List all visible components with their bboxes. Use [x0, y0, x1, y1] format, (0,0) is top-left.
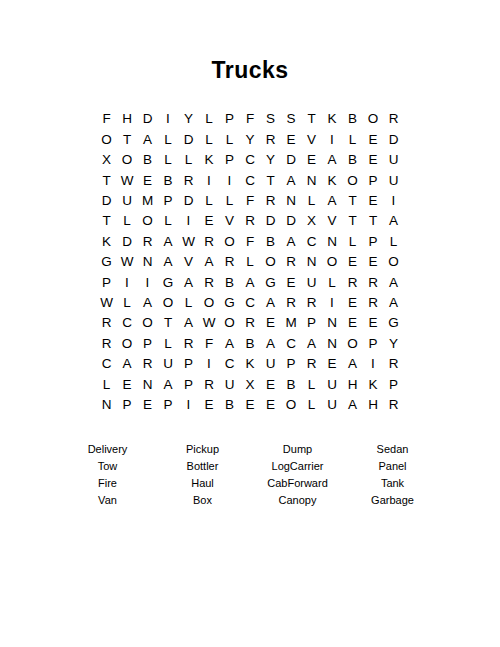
grid-cell: T — [96, 170, 117, 190]
grid-cell: E — [342, 252, 363, 272]
grid-cell: E — [137, 170, 158, 190]
grid-cell: P — [117, 394, 138, 414]
grid-cell: N — [301, 252, 322, 272]
grid-cell: R — [240, 313, 261, 333]
grid-cell: R — [383, 394, 404, 414]
grid-cell: P — [219, 109, 240, 129]
grid-cell: B — [342, 109, 363, 129]
word-list-item: Garbage — [345, 492, 440, 509]
word-list-item: Delivery — [60, 441, 155, 458]
grid-cell: D — [96, 191, 117, 211]
grid-cell: N — [322, 313, 343, 333]
grid-cell: L — [199, 129, 220, 149]
grid-cell: G — [219, 293, 240, 313]
grid-cell: O — [363, 109, 384, 129]
grid-cell: A — [322, 150, 343, 170]
grid-cell: O — [342, 333, 363, 353]
grid-cell: D — [178, 129, 199, 149]
grid-cell: N — [137, 252, 158, 272]
grid-cell: A — [342, 394, 363, 414]
grid-cell: G — [383, 313, 404, 333]
word-list-item: Bottler — [155, 458, 250, 475]
grid-cell: P — [158, 191, 179, 211]
grid-cell: B — [158, 170, 179, 190]
grid-cell: R — [240, 211, 261, 231]
puzzle-title: Trucks — [0, 59, 500, 82]
grid-cell: K — [363, 374, 384, 394]
word-list-item: Tank — [345, 475, 440, 492]
grid-cell: E — [281, 129, 302, 149]
grid-cell: D — [281, 150, 302, 170]
grid-cell: D — [178, 191, 199, 211]
word-list-item: Fire — [60, 475, 155, 492]
grid-cell: K — [199, 150, 220, 170]
grid-cell: G — [96, 252, 117, 272]
grid-cell: R — [301, 293, 322, 313]
word-list-item: Sedan — [345, 441, 440, 458]
grid-cell: R — [137, 354, 158, 374]
grid-cell: L — [158, 211, 179, 231]
grid-cell: W — [199, 313, 220, 333]
grid-cell: V — [301, 129, 322, 149]
grid-cell: E — [199, 394, 220, 414]
grid-cell: E — [363, 313, 384, 333]
grid-cell: X — [96, 150, 117, 170]
grid-cell: F — [199, 333, 220, 353]
grid-cell: R — [342, 272, 363, 292]
grid-cell: E — [363, 252, 384, 272]
word-list-item: CabForward — [250, 475, 345, 492]
grid-cell: O — [137, 313, 158, 333]
grid-cell: U — [383, 170, 404, 190]
grid-cell: U — [301, 272, 322, 292]
grid-cell: P — [178, 374, 199, 394]
word-list-item: Canopy — [250, 492, 345, 509]
grid-cell: C — [240, 150, 261, 170]
grid-cell: C — [240, 293, 261, 313]
word-list-item: LogCarrier — [250, 458, 345, 475]
grid-cell: R — [199, 231, 220, 251]
grid-cell: X — [301, 211, 322, 231]
grid-cell: B — [219, 394, 240, 414]
grid-cell: P — [178, 354, 199, 374]
grid-cell: L — [301, 191, 322, 211]
grid-cell: D — [281, 211, 302, 231]
grid-cell: L — [178, 293, 199, 313]
grid-cell: E — [342, 293, 363, 313]
grid-cell: T — [342, 191, 363, 211]
grid-cell: E — [199, 211, 220, 231]
grid-cell: R — [219, 252, 240, 272]
grid-cell: A — [137, 293, 158, 313]
grid-cell: A — [281, 231, 302, 251]
grid-cell: M — [137, 191, 158, 211]
grid-cell: P — [363, 231, 384, 251]
grid-cell: E — [260, 394, 281, 414]
grid-cell: C — [219, 354, 240, 374]
grid-cell: O — [219, 313, 240, 333]
grid-cell: E — [137, 394, 158, 414]
grid-cell: E — [363, 150, 384, 170]
grid-cell: R — [260, 191, 281, 211]
grid-cell: E — [322, 354, 343, 374]
grid-cell: S — [281, 109, 302, 129]
grid-cell: I — [178, 211, 199, 231]
grid-cell: I — [137, 272, 158, 292]
grid-cell: R — [178, 170, 199, 190]
grid-cell: E — [117, 374, 138, 394]
grid-cell: L — [158, 333, 179, 353]
grid-cell: T — [260, 170, 281, 190]
grid-cell: Y — [260, 150, 281, 170]
grid-cell: L — [117, 293, 138, 313]
grid-cell: O — [322, 252, 343, 272]
grid-cell: F — [240, 109, 261, 129]
grid-cell: K — [322, 109, 343, 129]
grid-cell: G — [260, 272, 281, 292]
grid-cell: O — [96, 129, 117, 149]
grid-cell: U — [322, 374, 343, 394]
grid-cell: C — [240, 170, 261, 190]
grid-cell: L — [322, 272, 343, 292]
grid-cell: A — [383, 293, 404, 313]
grid-cell: V — [219, 211, 240, 231]
grid-cell: E — [281, 272, 302, 292]
grid-cell: A — [342, 354, 363, 374]
grid-cell: F — [240, 231, 261, 251]
grid-cell: X — [240, 374, 261, 394]
grid-cell: A — [322, 191, 343, 211]
grid-cell: I — [322, 293, 343, 313]
grid-cell: Y — [383, 333, 404, 353]
grid-cell: I — [178, 394, 199, 414]
grid-cell: P — [301, 313, 322, 333]
grid-cell: U — [260, 354, 281, 374]
grid-cell: T — [158, 313, 179, 333]
grid-cell: E — [342, 313, 363, 333]
grid-cell: L — [342, 129, 363, 149]
grid-cell: L — [301, 394, 322, 414]
grid-cell: T — [96, 211, 117, 231]
grid-cell: L — [240, 252, 261, 272]
grid-cell: D — [260, 211, 281, 231]
grid-cell: R — [178, 333, 199, 353]
grid-cell: H — [342, 374, 363, 394]
grid-cell: A — [158, 374, 179, 394]
grid-cell: C — [301, 231, 322, 251]
grid-cell: A — [117, 354, 138, 374]
grid-cell: V — [322, 211, 343, 231]
grid-cell: I — [199, 170, 220, 190]
grid-cell: P — [96, 272, 117, 292]
grid-cell: N — [96, 394, 117, 414]
grid-cell: A — [158, 252, 179, 272]
grid-cell: O — [281, 394, 302, 414]
grid-cell: P — [383, 374, 404, 394]
grid-cell: L — [158, 150, 179, 170]
grid-cell: V — [178, 252, 199, 272]
grid-cell: N — [322, 333, 343, 353]
grid-cell: A — [178, 313, 199, 333]
grid-cell: R — [281, 293, 302, 313]
grid-cell: D — [137, 109, 158, 129]
grid-cell: B — [240, 333, 261, 353]
grid-cell: R — [281, 252, 302, 272]
word-list-item: Tow — [60, 458, 155, 475]
grid-cell: A — [383, 211, 404, 231]
grid-cell: A — [178, 272, 199, 292]
grid-cell: R — [383, 354, 404, 374]
grid-cell: N — [301, 170, 322, 190]
grid-cell: L — [342, 231, 363, 251]
grid-cell: A — [219, 333, 240, 353]
grid-cell: O — [383, 252, 404, 272]
grid-cell: I — [199, 354, 220, 374]
grid-cell: A — [158, 231, 179, 251]
grid-cell: B — [219, 272, 240, 292]
word-list-item: Pickup — [155, 441, 250, 458]
grid-cell: P — [158, 394, 179, 414]
grid-cell: C — [117, 313, 138, 333]
grid-cell: U — [158, 354, 179, 374]
grid-cell: A — [383, 272, 404, 292]
grid-cell: I — [219, 170, 240, 190]
word-list-item: Panel — [345, 458, 440, 475]
grid-cell: R — [363, 293, 384, 313]
grid-cell: R — [199, 272, 220, 292]
grid-cell: F — [240, 191, 261, 211]
word-list-item: Dump — [250, 441, 345, 458]
grid-cell: A — [281, 170, 302, 190]
grid-cell: L — [158, 129, 179, 149]
grid-cell: T — [363, 211, 384, 231]
grid-cell: O — [219, 231, 240, 251]
grid-cell: E — [363, 191, 384, 211]
grid-cell: F — [96, 109, 117, 129]
grid-cell: B — [137, 150, 158, 170]
grid-cell: W — [117, 252, 138, 272]
grid-cell: H — [117, 109, 138, 129]
grid-cell: L — [301, 374, 322, 394]
grid-cell: K — [96, 231, 117, 251]
grid-cell: O — [117, 150, 138, 170]
grid-cell: W — [117, 170, 138, 190]
grid-cell: O — [342, 170, 363, 190]
grid-cell: I — [158, 109, 179, 129]
grid-cell: A — [260, 333, 281, 353]
grid-cell: W — [178, 231, 199, 251]
grid-cell: C — [96, 354, 117, 374]
grid-cell: L — [219, 129, 240, 149]
grid-cell: O — [199, 293, 220, 313]
grid-cell: I — [117, 272, 138, 292]
word-list-item: Box — [155, 492, 250, 509]
grid-cell: R — [363, 272, 384, 292]
grid-cell: Y — [240, 129, 261, 149]
grid-cell: O — [137, 211, 158, 231]
grid-cell: M — [281, 313, 302, 333]
grid-cell: E — [260, 374, 281, 394]
grid-cell: P — [363, 170, 384, 190]
grid-cell: R — [383, 109, 404, 129]
grid-cell: Y — [178, 109, 199, 129]
grid-cell: B — [281, 374, 302, 394]
grid-cell: O — [117, 333, 138, 353]
grid-cell: P — [219, 150, 240, 170]
grid-cell: W — [96, 293, 117, 313]
grid-cell: O — [260, 252, 281, 272]
word-list: DeliveryPickupDumpSedanTowBottlerLogCarr… — [60, 441, 440, 509]
word-search-grid: FHDIYLPFSSTKBOROTALDLLYREVILEDXOBLLKPCYD… — [96, 109, 404, 415]
grid-cell: L — [96, 374, 117, 394]
grid-cell: A — [240, 272, 261, 292]
grid-cell: H — [363, 394, 384, 414]
grid-cell: O — [158, 293, 179, 313]
grid-cell: T — [342, 211, 363, 231]
grid-cell: A — [260, 293, 281, 313]
grid-cell: P — [281, 354, 302, 374]
grid-cell: A — [137, 129, 158, 149]
grid-cell: N — [137, 374, 158, 394]
grid-cell: I — [383, 191, 404, 211]
grid-cell: G — [158, 272, 179, 292]
grid-cell: C — [281, 333, 302, 353]
grid-cell: L — [219, 191, 240, 211]
grid-cell: T — [117, 129, 138, 149]
grid-cell: R — [199, 374, 220, 394]
grid-cell: P — [137, 333, 158, 353]
grid-cell: I — [322, 129, 343, 149]
grid-cell: K — [240, 354, 261, 374]
grid-cell: E — [260, 313, 281, 333]
grid-cell: L — [199, 109, 220, 129]
grid-cell: L — [383, 231, 404, 251]
grid-cell: U — [383, 150, 404, 170]
grid-cell: R — [301, 354, 322, 374]
grid-cell: E — [240, 394, 261, 414]
grid-cell: B — [260, 231, 281, 251]
grid-cell: U — [117, 191, 138, 211]
grid-cell: A — [199, 252, 220, 272]
grid-cell: D — [383, 129, 404, 149]
grid-cell: N — [281, 191, 302, 211]
grid-cell: L — [178, 150, 199, 170]
grid-cell: A — [301, 333, 322, 353]
grid-cell: L — [117, 211, 138, 231]
grid-cell: T — [301, 109, 322, 129]
grid-cell: R — [96, 333, 117, 353]
grid-cell: L — [199, 191, 220, 211]
grid-cell: K — [322, 170, 343, 190]
grid-cell: R — [260, 129, 281, 149]
grid-cell: E — [301, 150, 322, 170]
grid-cell: R — [137, 231, 158, 251]
grid-cell: I — [363, 354, 384, 374]
grid-cell: E — [363, 129, 384, 149]
grid-cell: D — [117, 231, 138, 251]
word-list-item: Van — [60, 492, 155, 509]
grid-cell: N — [322, 231, 343, 251]
grid-cell: P — [363, 333, 384, 353]
word-list-item: Haul — [155, 475, 250, 492]
grid-cell: B — [342, 150, 363, 170]
grid-cell: S — [260, 109, 281, 129]
grid-cell: R — [96, 313, 117, 333]
grid-cell: U — [322, 394, 343, 414]
grid-cell: U — [219, 374, 240, 394]
